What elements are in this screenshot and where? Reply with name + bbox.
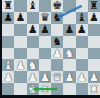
square-f5[interactable] — [63, 36, 75, 48]
black-bishop[interactable]: ♝ — [77, 12, 87, 23]
square-f3[interactable] — [63, 59, 75, 71]
white-pawn[interactable]: ♟ — [64, 71, 74, 82]
square-g4[interactable] — [76, 48, 88, 60]
square-h6[interactable] — [88, 24, 100, 36]
square-b6[interactable] — [14, 24, 26, 36]
white-pawn[interactable]: ♟ — [52, 48, 62, 59]
square-a5[interactable] — [2, 36, 14, 48]
white-queen[interactable]: ♛ — [52, 71, 62, 82]
square-g3[interactable] — [76, 59, 88, 71]
white-pawn[interactable]: ♟ — [40, 71, 50, 82]
white-pawn[interactable]: ♟ — [89, 71, 99, 82]
square-b8[interactable] — [14, 0, 26, 12]
square-a4[interactable] — [2, 48, 14, 60]
square-f6[interactable]: ♟ — [63, 24, 75, 36]
square-g7[interactable]: ♝ — [76, 12, 88, 24]
white-knight[interactable]: ♞ — [64, 48, 74, 59]
chess-board: ♜♝♚♜♟♟♛♞♝♟♟♟♟♟♞♟♞♝♟♞♟♟♟♛♟♟♟♚♜♜ — [2, 0, 100, 95]
square-d2[interactable]: ♟ — [39, 71, 51, 83]
square-h2[interactable]: ♟ — [88, 71, 100, 83]
black-bishop[interactable]: ♝ — [28, 0, 38, 11]
square-a7[interactable]: ♟ — [2, 12, 14, 24]
square-e2[interactable]: ♛ — [51, 71, 63, 83]
black-pawn[interactable]: ♟ — [64, 24, 74, 35]
square-e6[interactable] — [51, 24, 63, 36]
white-pawn[interactable]: ♟ — [3, 71, 13, 82]
square-g2[interactable]: ♟ — [76, 71, 88, 83]
square-g8[interactable] — [76, 0, 88, 12]
square-b7[interactable]: ♟ — [14, 12, 26, 24]
square-b3[interactable]: ♟ — [14, 59, 26, 71]
square-d7[interactable]: ♛ — [39, 12, 51, 24]
square-h1[interactable]: ♜ — [88, 83, 100, 95]
square-f8[interactable] — [63, 0, 75, 12]
black-pawn[interactable]: ♟ — [28, 24, 38, 35]
square-c3[interactable]: ♞ — [27, 59, 39, 71]
square-h4[interactable] — [88, 48, 100, 60]
square-b2[interactable] — [14, 71, 26, 83]
black-pawn[interactable]: ♟ — [3, 12, 13, 23]
square-h3[interactable] — [88, 59, 100, 71]
white-king[interactable]: ♚ — [28, 83, 38, 94]
black-pawn[interactable]: ♟ — [89, 12, 99, 23]
square-a3[interactable]: ♝ — [2, 59, 14, 71]
square-g5[interactable] — [76, 36, 88, 48]
square-d1[interactable]: ♜ — [39, 83, 51, 95]
square-b1[interactable] — [14, 83, 26, 95]
square-d3[interactable] — [39, 59, 51, 71]
square-h8[interactable]: ♜ — [88, 0, 100, 12]
square-f1[interactable] — [63, 83, 75, 95]
black-pawn[interactable]: ♟ — [77, 24, 87, 35]
square-g6[interactable]: ♟ — [76, 24, 88, 36]
square-e3[interactable] — [51, 59, 63, 71]
square-c8[interactable]: ♝ — [27, 0, 39, 12]
square-c6[interactable]: ♟ — [27, 24, 39, 36]
white-rook[interactable]: ♜ — [89, 83, 99, 94]
square-c1[interactable]: ♚ — [27, 83, 39, 95]
square-a8[interactable]: ♜ — [2, 0, 14, 12]
square-g1[interactable] — [76, 83, 88, 95]
square-h7[interactable]: ♟ — [88, 12, 100, 24]
white-knight[interactable]: ♞ — [28, 59, 38, 70]
chess-board-area: ♜♝♚♜♟♟♛♞♝♟♟♟♟♟♞♟♞♝♟♞♟♟♟♛♟♟♟♚♜♜ — [2, 0, 100, 95]
black-knight[interactable]: ♞ — [52, 12, 62, 23]
square-c5[interactable] — [27, 36, 39, 48]
white-pawn[interactable]: ♟ — [28, 71, 38, 82]
square-d4[interactable] — [39, 48, 51, 60]
square-d8[interactable] — [39, 0, 51, 12]
black-rook[interactable]: ♜ — [3, 0, 13, 11]
square-b5[interactable] — [14, 36, 26, 48]
square-f7[interactable] — [63, 12, 75, 24]
square-a6[interactable] — [2, 24, 14, 36]
square-b4[interactable] — [14, 48, 26, 60]
square-d6[interactable]: ♟ — [39, 24, 51, 36]
black-knight[interactable]: ♞ — [52, 36, 62, 47]
square-f2[interactable]: ♟ — [63, 71, 75, 83]
square-e1[interactable] — [51, 83, 63, 95]
square-e4[interactable]: ♟ — [51, 48, 63, 60]
square-d5[interactable] — [39, 36, 51, 48]
square-c2[interactable]: ♟ — [27, 71, 39, 83]
square-f4[interactable]: ♞ — [63, 48, 75, 60]
black-pawn[interactable]: ♟ — [15, 12, 25, 23]
white-pawn[interactable]: ♟ — [15, 59, 25, 70]
white-pawn[interactable]: ♟ — [77, 71, 87, 82]
black-queen[interactable]: ♛ — [40, 12, 50, 23]
square-e8[interactable]: ♚ — [51, 0, 63, 12]
white-rook[interactable]: ♜ — [40, 83, 50, 94]
square-a2[interactable]: ♟ — [2, 71, 14, 83]
white-bishop[interactable]: ♝ — [3, 59, 13, 70]
square-e7[interactable]: ♞ — [51, 12, 63, 24]
square-c4[interactable] — [27, 48, 39, 60]
square-h5[interactable] — [88, 36, 100, 48]
square-c7[interactable] — [27, 12, 39, 24]
black-rook[interactable]: ♜ — [89, 0, 99, 11]
black-king[interactable]: ♚ — [52, 0, 62, 11]
square-a1[interactable] — [2, 83, 14, 95]
black-pawn[interactable]: ♟ — [40, 24, 50, 35]
square-e5[interactable]: ♞ — [51, 36, 63, 48]
